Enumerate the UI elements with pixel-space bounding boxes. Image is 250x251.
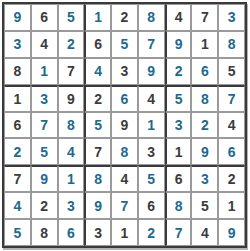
cell-r7c7[interactable]: 6 xyxy=(165,165,192,192)
cell-r8c7[interactable]: 8 xyxy=(165,192,192,219)
cell-r5c6[interactable]: 1 xyxy=(138,112,165,139)
cell-r2c1[interactable]: 3 xyxy=(4,31,31,58)
cell-r7c9[interactable]: 2 xyxy=(218,165,245,192)
cell-r4c4[interactable]: 2 xyxy=(84,85,111,112)
cell-r5c8[interactable]: 2 xyxy=(191,112,218,139)
cell-r5c5[interactable]: 9 xyxy=(111,112,138,139)
cell-r6c7[interactable]: 1 xyxy=(165,138,192,165)
cell-r4c9[interactable]: 7 xyxy=(218,85,245,112)
cell-r9c3[interactable]: 6 xyxy=(58,219,85,246)
cell-r6c3[interactable]: 4 xyxy=(58,138,85,165)
cell-r4c3[interactable]: 9 xyxy=(58,85,85,112)
cell-r5c3[interactable]: 8 xyxy=(58,112,85,139)
cell-r4c5[interactable]: 6 xyxy=(111,85,138,112)
cell-r7c4[interactable]: 8 xyxy=(84,165,111,192)
cell-r2c7[interactable]: 9 xyxy=(165,31,192,58)
cell-r6c1[interactable]: 2 xyxy=(4,138,31,165)
cell-r2c8[interactable]: 1 xyxy=(191,31,218,58)
cell-r2c9[interactable]: 8 xyxy=(218,31,245,58)
cell-r5c9[interactable]: 4 xyxy=(218,112,245,139)
cell-r9c6[interactable]: 2 xyxy=(138,219,165,246)
cell-r9c2[interactable]: 8 xyxy=(31,219,58,246)
cell-r5c7[interactable]: 3 xyxy=(165,112,192,139)
cell-r1c3[interactable]: 5 xyxy=(58,4,85,31)
cell-r2c2[interactable]: 4 xyxy=(31,31,58,58)
cell-r1c1[interactable]: 9 xyxy=(4,4,31,31)
cell-r8c4[interactable]: 9 xyxy=(84,192,111,219)
cell-r8c6[interactable]: 6 xyxy=(138,192,165,219)
cell-r6c4[interactable]: 7 xyxy=(84,138,111,165)
cell-r1c8[interactable]: 7 xyxy=(191,4,218,31)
cell-r4c2[interactable]: 3 xyxy=(31,85,58,112)
cell-r8c3[interactable]: 3 xyxy=(58,192,85,219)
cell-r1c2[interactable]: 6 xyxy=(31,4,58,31)
cell-r2c6[interactable]: 7 xyxy=(138,31,165,58)
cell-r8c5[interactable]: 7 xyxy=(111,192,138,219)
cell-r8c2[interactable]: 2 xyxy=(31,192,58,219)
cell-r2c5[interactable]: 5 xyxy=(111,31,138,58)
cell-r9c8[interactable]: 4 xyxy=(191,219,218,246)
cell-r9c5[interactable]: 1 xyxy=(111,219,138,246)
cell-r1c6[interactable]: 8 xyxy=(138,4,165,31)
cell-r3c2[interactable]: 1 xyxy=(31,58,58,85)
cell-r3c1[interactable]: 8 xyxy=(4,58,31,85)
cell-r6c5[interactable]: 8 xyxy=(111,138,138,165)
cell-r6c8[interactable]: 9 xyxy=(191,138,218,165)
cell-r9c9[interactable]: 9 xyxy=(218,219,245,246)
cell-r5c1[interactable]: 6 xyxy=(4,112,31,139)
cell-r1c7[interactable]: 4 xyxy=(165,4,192,31)
cell-r5c2[interactable]: 7 xyxy=(31,112,58,139)
cell-r3c3[interactable]: 7 xyxy=(58,58,85,85)
cell-r7c1[interactable]: 7 xyxy=(4,165,31,192)
cell-r4c6[interactable]: 4 xyxy=(138,85,165,112)
cell-r2c3[interactable]: 2 xyxy=(58,31,85,58)
cell-r1c9[interactable]: 3 xyxy=(218,4,245,31)
cell-r3c4[interactable]: 4 xyxy=(84,58,111,85)
cell-r1c4[interactable]: 1 xyxy=(84,4,111,31)
cell-r8c1[interactable]: 4 xyxy=(4,192,31,219)
cell-r8c8[interactable]: 5 xyxy=(191,192,218,219)
cell-r3c9[interactable]: 5 xyxy=(218,58,245,85)
cell-r9c4[interactable]: 3 xyxy=(84,219,111,246)
cell-r7c8[interactable]: 3 xyxy=(191,165,218,192)
cell-r3c7[interactable]: 2 xyxy=(165,58,192,85)
cell-r4c1[interactable]: 1 xyxy=(4,85,31,112)
cell-r7c2[interactable]: 9 xyxy=(31,165,58,192)
cell-r9c7[interactable]: 7 xyxy=(165,219,192,246)
cell-r7c5[interactable]: 4 xyxy=(111,165,138,192)
cell-r4c7[interactable]: 5 xyxy=(165,85,192,112)
cell-r8c9[interactable]: 1 xyxy=(218,192,245,219)
cell-r6c9[interactable]: 6 xyxy=(218,138,245,165)
cell-r1c5[interactable]: 2 xyxy=(111,4,138,31)
cell-r3c6[interactable]: 9 xyxy=(138,58,165,85)
cell-r5c4[interactable]: 5 xyxy=(84,112,111,139)
cell-r6c6[interactable]: 3 xyxy=(138,138,165,165)
sudoku-board: 9651284733426579188174392651392645876785… xyxy=(2,2,247,248)
cell-r6c2[interactable]: 5 xyxy=(31,138,58,165)
cell-r7c6[interactable]: 5 xyxy=(138,165,165,192)
cell-r7c3[interactable]: 1 xyxy=(58,165,85,192)
cell-r3c5[interactable]: 3 xyxy=(111,58,138,85)
cell-r2c4[interactable]: 6 xyxy=(84,31,111,58)
cell-r9c1[interactable]: 5 xyxy=(4,219,31,246)
cell-r3c8[interactable]: 6 xyxy=(191,58,218,85)
cell-r4c8[interactable]: 8 xyxy=(191,85,218,112)
